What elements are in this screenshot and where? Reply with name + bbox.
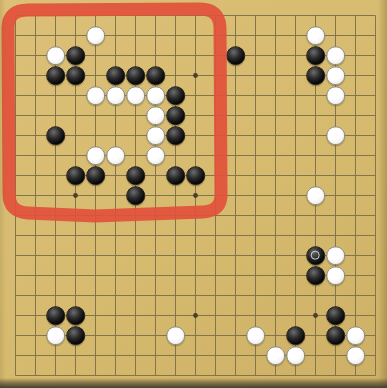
white-stone xyxy=(146,126,166,146)
white-stone xyxy=(246,326,266,346)
black-stone xyxy=(66,46,86,66)
white-stone xyxy=(146,146,166,166)
black-stone xyxy=(126,66,146,86)
white-stone xyxy=(106,146,126,166)
white-stone xyxy=(346,346,366,366)
white-stone xyxy=(306,26,326,46)
star-point xyxy=(313,313,318,318)
black-stone xyxy=(126,166,146,186)
black-stone xyxy=(326,306,346,326)
star-point xyxy=(73,193,78,198)
white-stone xyxy=(266,346,286,366)
black-stone xyxy=(226,46,246,66)
white-stone xyxy=(46,46,66,66)
white-stone xyxy=(166,326,186,346)
white-stone xyxy=(306,186,326,206)
star-point xyxy=(193,73,198,78)
white-stone xyxy=(146,106,166,126)
white-stone xyxy=(326,126,346,146)
white-stone xyxy=(326,46,346,66)
black-stone xyxy=(166,86,186,106)
white-stone xyxy=(86,146,106,166)
black-stone xyxy=(306,246,326,266)
black-stone xyxy=(286,326,306,346)
white-stone xyxy=(326,246,346,266)
board-edge-shade-left xyxy=(0,0,6,388)
black-stone xyxy=(326,326,346,346)
black-stone xyxy=(66,66,86,86)
black-stone xyxy=(306,46,326,66)
black-stone xyxy=(126,186,146,206)
black-stone xyxy=(306,66,326,86)
black-stone xyxy=(106,66,126,86)
black-stone xyxy=(166,166,186,186)
black-stone xyxy=(46,126,66,146)
black-stone xyxy=(66,326,86,346)
white-stone xyxy=(286,346,306,366)
white-stone xyxy=(326,66,346,86)
black-stone xyxy=(146,66,166,86)
last-move-marker xyxy=(311,251,320,260)
white-stone xyxy=(86,26,106,46)
white-stone xyxy=(86,86,106,106)
white-stone xyxy=(106,86,126,106)
white-stone xyxy=(146,86,166,106)
go-board[interactable] xyxy=(0,0,387,388)
black-stone xyxy=(66,166,86,186)
white-stone xyxy=(46,326,66,346)
board-edge-shade-bottom xyxy=(0,378,387,388)
white-stone xyxy=(346,326,366,346)
star-point xyxy=(193,313,198,318)
white-stone xyxy=(126,86,146,106)
board-edge-shade-right xyxy=(378,0,387,388)
white-stone xyxy=(326,86,346,106)
star-point xyxy=(193,193,198,198)
black-stone xyxy=(86,166,106,186)
black-stone xyxy=(46,306,66,326)
black-stone xyxy=(186,166,206,186)
black-stone xyxy=(46,66,66,86)
white-stone xyxy=(326,266,346,286)
black-stone xyxy=(66,306,86,326)
black-stone xyxy=(166,126,186,146)
black-stone xyxy=(306,266,326,286)
black-stone xyxy=(166,106,186,126)
